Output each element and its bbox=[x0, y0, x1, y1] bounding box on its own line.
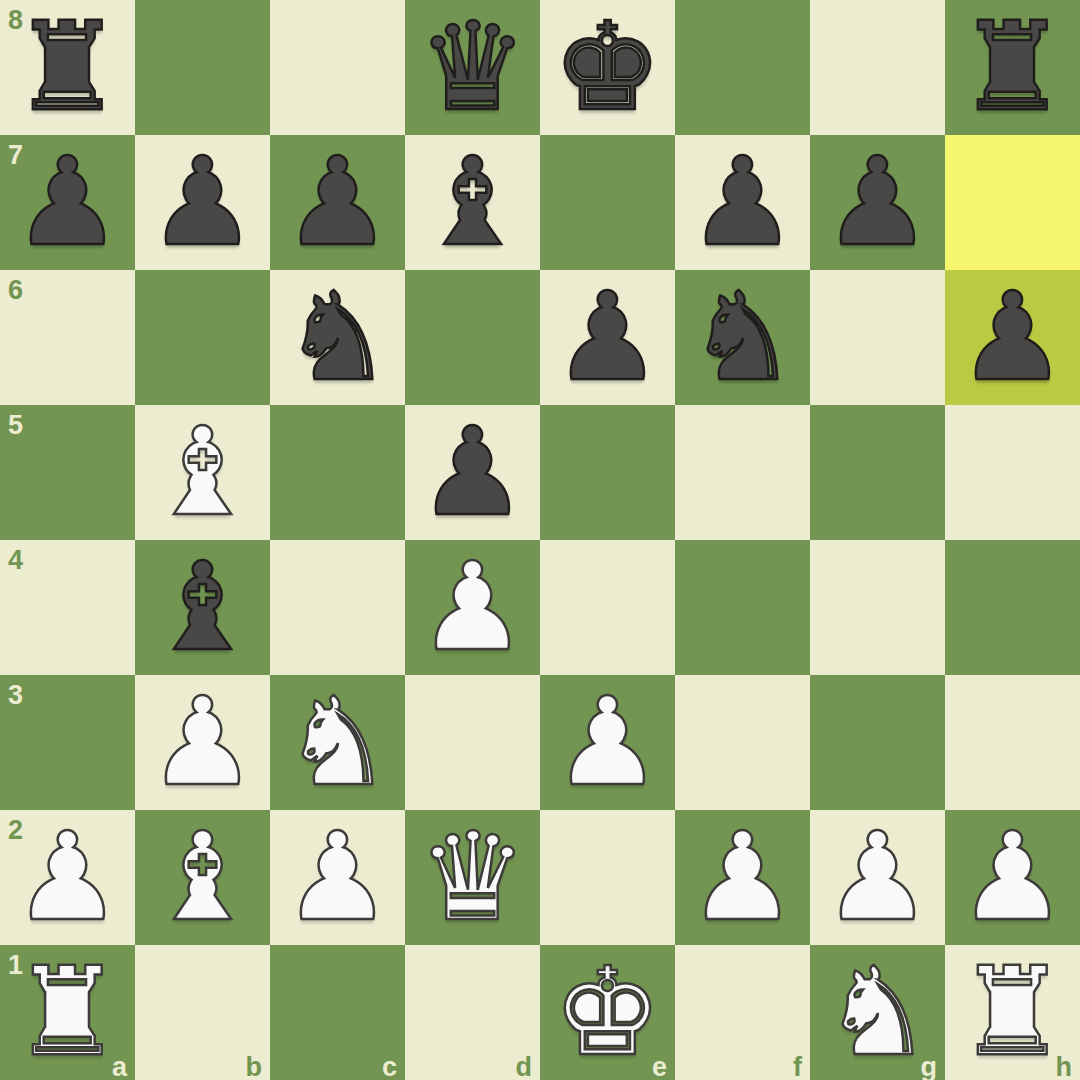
square-b3[interactable]: ♟ bbox=[135, 675, 270, 810]
black-knight-f6[interactable]: ♞ bbox=[675, 270, 810, 405]
white-king-e1[interactable]: ♚ bbox=[540, 945, 675, 1080]
square-a5[interactable]: 5 bbox=[0, 405, 135, 540]
square-d6[interactable] bbox=[405, 270, 540, 405]
square-a1[interactable]: 1a♜ bbox=[0, 945, 135, 1080]
black-bishop-d7[interactable]: ♝ bbox=[405, 135, 540, 270]
square-d8[interactable]: ♛ bbox=[405, 0, 540, 135]
black-knight-c6[interactable]: ♞ bbox=[270, 270, 405, 405]
square-h3[interactable] bbox=[945, 675, 1080, 810]
square-g7[interactable]: ♟ bbox=[810, 135, 945, 270]
square-f4[interactable] bbox=[675, 540, 810, 675]
chess-board: 8♜♛♚♜7♟♟♟♝♟♟6♞♟♞♟5♝♟4♝♟3♟♞♟2♟♝♟♛♟♟♟1a♜bc… bbox=[0, 0, 1080, 1080]
black-pawn-d5[interactable]: ♟ bbox=[405, 405, 540, 540]
square-d3[interactable] bbox=[405, 675, 540, 810]
square-a3[interactable]: 3 bbox=[0, 675, 135, 810]
square-a2[interactable]: 2♟ bbox=[0, 810, 135, 945]
square-f8[interactable] bbox=[675, 0, 810, 135]
square-d7[interactable]: ♝ bbox=[405, 135, 540, 270]
square-f1[interactable]: f bbox=[675, 945, 810, 1080]
square-e5[interactable] bbox=[540, 405, 675, 540]
square-f2[interactable]: ♟ bbox=[675, 810, 810, 945]
square-a8[interactable]: 8♜ bbox=[0, 0, 135, 135]
square-d2[interactable]: ♛ bbox=[405, 810, 540, 945]
white-rook-h1[interactable]: ♜ bbox=[945, 945, 1080, 1080]
square-a7[interactable]: 7♟ bbox=[0, 135, 135, 270]
white-pawn-f2[interactable]: ♟ bbox=[675, 810, 810, 945]
square-h5[interactable] bbox=[945, 405, 1080, 540]
white-queen-d2[interactable]: ♛ bbox=[405, 810, 540, 945]
black-pawn-a7[interactable]: ♟ bbox=[0, 135, 135, 270]
black-bishop-b4[interactable]: ♝ bbox=[135, 540, 270, 675]
white-pawn-d4[interactable]: ♟ bbox=[405, 540, 540, 675]
square-c8[interactable] bbox=[270, 0, 405, 135]
square-e4[interactable] bbox=[540, 540, 675, 675]
black-king-e8[interactable]: ♚ bbox=[540, 0, 675, 135]
square-a6[interactable]: 6 bbox=[0, 270, 135, 405]
square-e1[interactable]: e♚ bbox=[540, 945, 675, 1080]
white-bishop-b5[interactable]: ♝ bbox=[135, 405, 270, 540]
square-h7[interactable] bbox=[945, 135, 1080, 270]
rank-label-3: 3 bbox=[8, 680, 23, 711]
white-rook-a1[interactable]: ♜ bbox=[0, 945, 135, 1080]
square-b5[interactable]: ♝ bbox=[135, 405, 270, 540]
square-e6[interactable]: ♟ bbox=[540, 270, 675, 405]
square-d5[interactable]: ♟ bbox=[405, 405, 540, 540]
square-c1[interactable]: c bbox=[270, 945, 405, 1080]
white-pawn-b3[interactable]: ♟ bbox=[135, 675, 270, 810]
square-g8[interactable] bbox=[810, 0, 945, 135]
square-g6[interactable] bbox=[810, 270, 945, 405]
square-c2[interactable]: ♟ bbox=[270, 810, 405, 945]
square-c4[interactable] bbox=[270, 540, 405, 675]
square-g3[interactable] bbox=[810, 675, 945, 810]
black-rook-a8[interactable]: ♜ bbox=[0, 0, 135, 135]
square-g2[interactable]: ♟ bbox=[810, 810, 945, 945]
white-pawn-h2[interactable]: ♟ bbox=[945, 810, 1080, 945]
square-e2[interactable] bbox=[540, 810, 675, 945]
white-knight-g1[interactable]: ♞ bbox=[810, 945, 945, 1080]
square-b7[interactable]: ♟ bbox=[135, 135, 270, 270]
black-pawn-c7[interactable]: ♟ bbox=[270, 135, 405, 270]
square-b4[interactable]: ♝ bbox=[135, 540, 270, 675]
square-b2[interactable]: ♝ bbox=[135, 810, 270, 945]
black-pawn-e6[interactable]: ♟ bbox=[540, 270, 675, 405]
square-g5[interactable] bbox=[810, 405, 945, 540]
black-pawn-b7[interactable]: ♟ bbox=[135, 135, 270, 270]
square-f3[interactable] bbox=[675, 675, 810, 810]
rank-label-6: 6 bbox=[8, 275, 23, 306]
square-d4[interactable]: ♟ bbox=[405, 540, 540, 675]
file-label-d: d bbox=[516, 1052, 533, 1080]
black-pawn-f7[interactable]: ♟ bbox=[675, 135, 810, 270]
square-h8[interactable]: ♜ bbox=[945, 0, 1080, 135]
white-pawn-e3[interactable]: ♟ bbox=[540, 675, 675, 810]
white-pawn-g2[interactable]: ♟ bbox=[810, 810, 945, 945]
square-e7[interactable] bbox=[540, 135, 675, 270]
square-d1[interactable]: d bbox=[405, 945, 540, 1080]
black-queen-d8[interactable]: ♛ bbox=[405, 0, 540, 135]
square-f7[interactable]: ♟ bbox=[675, 135, 810, 270]
rank-label-5: 5 bbox=[8, 410, 23, 441]
file-label-c: c bbox=[382, 1052, 397, 1080]
square-h2[interactable]: ♟ bbox=[945, 810, 1080, 945]
square-c6[interactable]: ♞ bbox=[270, 270, 405, 405]
square-e8[interactable]: ♚ bbox=[540, 0, 675, 135]
black-pawn-g7[interactable]: ♟ bbox=[810, 135, 945, 270]
square-c7[interactable]: ♟ bbox=[270, 135, 405, 270]
square-h1[interactable]: h♜ bbox=[945, 945, 1080, 1080]
square-b8[interactable] bbox=[135, 0, 270, 135]
square-e3[interactable]: ♟ bbox=[540, 675, 675, 810]
square-b6[interactable] bbox=[135, 270, 270, 405]
square-g4[interactable] bbox=[810, 540, 945, 675]
square-c3[interactable]: ♞ bbox=[270, 675, 405, 810]
square-h4[interactable] bbox=[945, 540, 1080, 675]
square-b1[interactable]: b bbox=[135, 945, 270, 1080]
file-label-f: f bbox=[793, 1052, 802, 1080]
white-pawn-c2[interactable]: ♟ bbox=[270, 810, 405, 945]
square-c5[interactable] bbox=[270, 405, 405, 540]
square-a4[interactable]: 4 bbox=[0, 540, 135, 675]
white-bishop-b2[interactable]: ♝ bbox=[135, 810, 270, 945]
square-g1[interactable]: g♞ bbox=[810, 945, 945, 1080]
black-rook-h8[interactable]: ♜ bbox=[945, 0, 1080, 135]
square-f5[interactable] bbox=[675, 405, 810, 540]
white-knight-c3[interactable]: ♞ bbox=[270, 675, 405, 810]
file-label-b: b bbox=[246, 1052, 263, 1080]
square-f6[interactable]: ♞ bbox=[675, 270, 810, 405]
black-pawn-h6[interactable]: ♟ bbox=[945, 270, 1080, 405]
board-wrap: 8♜♛♚♜7♟♟♟♝♟♟6♞♟♞♟5♝♟4♝♟3♟♞♟2♟♝♟♛♟♟♟1a♜bc… bbox=[0, 0, 1080, 1080]
rank-label-4: 4 bbox=[8, 545, 23, 576]
square-h6[interactable]: ♟ bbox=[945, 270, 1080, 405]
white-pawn-a2[interactable]: ♟ bbox=[0, 810, 135, 945]
